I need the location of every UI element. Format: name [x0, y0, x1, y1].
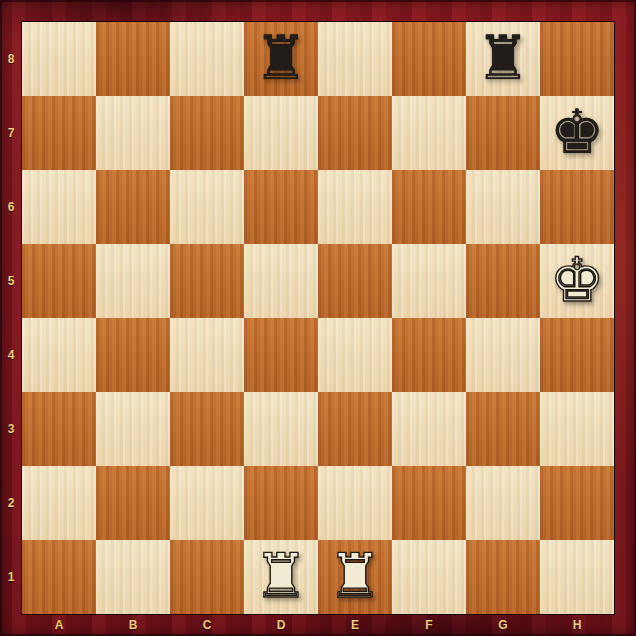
square-e3[interactable] [318, 392, 392, 466]
square-b5[interactable] [96, 244, 170, 318]
square-b1[interactable] [96, 540, 170, 614]
file-label-b: B [96, 614, 170, 636]
black-king-h7[interactable]: ♚ [540, 96, 614, 170]
square-h5[interactable]: ♚ [540, 244, 614, 318]
file-label-g: G [466, 614, 540, 636]
rank-label-3: 3 [0, 392, 22, 466]
square-d3[interactable] [244, 392, 318, 466]
square-h8[interactable] [540, 22, 614, 96]
square-b7[interactable] [96, 96, 170, 170]
chess-board: ♜♜♚♚♜♜ [22, 22, 614, 614]
square-d7[interactable] [244, 96, 318, 170]
square-b4[interactable] [96, 318, 170, 392]
square-f4[interactable] [392, 318, 466, 392]
black-rook-d8[interactable]: ♜ [244, 22, 318, 96]
square-a6[interactable] [22, 170, 96, 244]
square-d6[interactable] [244, 170, 318, 244]
square-c7[interactable] [170, 96, 244, 170]
file-label-d: D [244, 614, 318, 636]
square-c8[interactable] [170, 22, 244, 96]
square-e2[interactable] [318, 466, 392, 540]
square-g5[interactable] [466, 244, 540, 318]
file-label-e: E [318, 614, 392, 636]
rank-label-5: 5 [0, 244, 22, 318]
file-label-a: A [22, 614, 96, 636]
square-f2[interactable] [392, 466, 466, 540]
square-a1[interactable] [22, 540, 96, 614]
square-c4[interactable] [170, 318, 244, 392]
rank-labels: 87654321 [0, 22, 22, 614]
square-h2[interactable] [540, 466, 614, 540]
square-h7[interactable]: ♚ [540, 96, 614, 170]
square-a5[interactable] [22, 244, 96, 318]
square-a4[interactable] [22, 318, 96, 392]
square-d5[interactable] [244, 244, 318, 318]
square-h4[interactable] [540, 318, 614, 392]
square-e8[interactable] [318, 22, 392, 96]
square-g2[interactable] [466, 466, 540, 540]
white-king-h5[interactable]: ♚ [540, 244, 614, 318]
square-e5[interactable] [318, 244, 392, 318]
square-e1[interactable]: ♜ [318, 540, 392, 614]
square-h1[interactable] [540, 540, 614, 614]
square-g7[interactable] [466, 96, 540, 170]
square-h6[interactable] [540, 170, 614, 244]
square-d4[interactable] [244, 318, 318, 392]
rank-label-1: 1 [0, 540, 22, 614]
square-a7[interactable] [22, 96, 96, 170]
square-b3[interactable] [96, 392, 170, 466]
square-d8[interactable]: ♜ [244, 22, 318, 96]
square-a8[interactable] [22, 22, 96, 96]
square-e7[interactable] [318, 96, 392, 170]
square-f5[interactable] [392, 244, 466, 318]
file-label-h: H [540, 614, 614, 636]
rank-label-8: 8 [0, 22, 22, 96]
board-frame: 87654321 ABCDEFGH ♜♜♚♚♜♜ [0, 0, 636, 636]
rank-label-7: 7 [0, 96, 22, 170]
white-rook-e1[interactable]: ♜ [318, 540, 392, 614]
square-b2[interactable] [96, 466, 170, 540]
rank-label-2: 2 [0, 466, 22, 540]
square-c2[interactable] [170, 466, 244, 540]
white-rook-d1[interactable]: ♜ [244, 540, 318, 614]
square-c3[interactable] [170, 392, 244, 466]
square-f7[interactable] [392, 96, 466, 170]
square-f1[interactable] [392, 540, 466, 614]
square-d1[interactable]: ♜ [244, 540, 318, 614]
file-labels: ABCDEFGH [22, 614, 614, 636]
square-f3[interactable] [392, 392, 466, 466]
square-c6[interactable] [170, 170, 244, 244]
square-a2[interactable] [22, 466, 96, 540]
rank-label-6: 6 [0, 170, 22, 244]
square-h3[interactable] [540, 392, 614, 466]
file-label-c: C [170, 614, 244, 636]
square-g4[interactable] [466, 318, 540, 392]
file-label-f: F [392, 614, 466, 636]
square-a3[interactable] [22, 392, 96, 466]
black-rook-g8[interactable]: ♜ [466, 22, 540, 96]
square-e6[interactable] [318, 170, 392, 244]
square-g6[interactable] [466, 170, 540, 244]
square-g8[interactable]: ♜ [466, 22, 540, 96]
square-g3[interactable] [466, 392, 540, 466]
square-b6[interactable] [96, 170, 170, 244]
square-c5[interactable] [170, 244, 244, 318]
square-f6[interactable] [392, 170, 466, 244]
square-c1[interactable] [170, 540, 244, 614]
rank-label-4: 4 [0, 318, 22, 392]
square-g1[interactable] [466, 540, 540, 614]
square-d2[interactable] [244, 466, 318, 540]
square-b8[interactable] [96, 22, 170, 96]
square-e4[interactable] [318, 318, 392, 392]
square-f8[interactable] [392, 22, 466, 96]
